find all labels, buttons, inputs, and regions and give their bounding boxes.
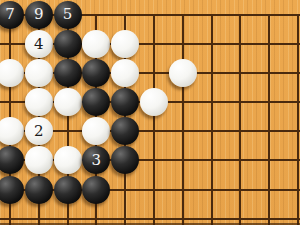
move-number-label: 4 [34,37,44,52]
intersection[interactable] [140,117,169,146]
stone-black[interactable] [54,176,82,204]
intersection[interactable] [255,0,284,29]
intersection[interactable] [111,117,140,146]
intersection[interactable] [111,146,140,175]
intersection[interactable]: 9 [24,0,53,29]
stone-black[interactable] [54,30,82,58]
move-number-label: 2 [34,124,44,139]
stone-white[interactable]: 4 [25,30,53,58]
stone-black[interactable]: 3 [82,146,110,174]
stone-black[interactable] [111,117,139,145]
stone-white[interactable] [54,146,82,174]
intersection[interactable] [284,30,300,59]
intersection[interactable] [0,146,24,175]
intersection[interactable] [111,59,140,88]
intersection[interactable] [284,204,300,225]
intersection[interactable] [24,204,53,225]
stone-black[interactable] [0,176,24,204]
intersection[interactable]: 5 [53,0,82,29]
go-board: 795423 [0,0,300,225]
intersection[interactable] [140,175,169,204]
intersection[interactable] [0,30,24,59]
stone-white[interactable]: 2 [25,117,53,145]
intersection[interactable] [53,175,82,204]
intersection[interactable] [226,175,255,204]
intersection[interactable] [53,59,82,88]
move-number-label: 5 [63,7,73,22]
intersection[interactable] [0,204,24,225]
intersection[interactable] [140,204,169,225]
intersection[interactable] [197,0,226,29]
intersection[interactable] [82,204,111,225]
intersection[interactable] [255,204,284,225]
intersection[interactable] [111,0,140,29]
intersection[interactable] [53,117,82,146]
intersection[interactable] [168,146,197,175]
intersection[interactable] [197,59,226,88]
intersection[interactable] [255,146,284,175]
intersection[interactable] [255,88,284,117]
stone-black[interactable] [82,176,110,204]
intersection[interactable] [168,175,197,204]
intersection[interactable] [0,59,24,88]
intersection[interactable] [168,59,197,88]
intersection[interactable] [82,0,111,29]
stone-black[interactable]: 9 [25,1,53,29]
move-number-label: 7 [5,7,15,22]
intersection[interactable] [140,88,169,117]
intersection[interactable] [82,117,111,146]
intersection[interactable]: 2 [24,117,53,146]
intersection[interactable] [284,88,300,117]
stone-black[interactable] [82,88,110,116]
intersection[interactable] [140,146,169,175]
stone-white[interactable] [54,88,82,116]
intersection[interactable] [168,0,197,29]
stone-white[interactable] [169,59,197,87]
intersection[interactable] [111,204,140,225]
intersection[interactable] [53,204,82,225]
intersection[interactable] [168,204,197,225]
intersection[interactable] [0,88,24,117]
stone-black[interactable] [82,59,110,87]
intersection[interactable] [0,175,24,204]
stone-white[interactable] [140,88,168,116]
intersection[interactable] [24,146,53,175]
stone-black[interactable] [111,146,139,174]
intersection[interactable] [168,88,197,117]
intersection[interactable] [0,117,24,146]
intersection[interactable] [168,30,197,59]
intersection[interactable] [82,59,111,88]
intersection[interactable] [53,30,82,59]
go-diagram: 795423 [0,0,300,225]
stone-white[interactable] [25,146,53,174]
intersection[interactable] [255,117,284,146]
intersection[interactable] [197,30,226,59]
intersection[interactable] [53,88,82,117]
stone-black[interactable] [111,88,139,116]
intersection[interactable] [140,30,169,59]
intersection[interactable] [284,59,300,88]
intersection[interactable] [53,146,82,175]
intersection[interactable]: 3 [82,146,111,175]
intersection[interactable]: 7 [0,0,24,29]
intersection[interactable] [226,59,255,88]
intersection[interactable] [197,146,226,175]
intersection[interactable] [284,0,300,29]
stone-white[interactable] [25,88,53,116]
stone-black[interactable] [54,59,82,87]
stone-white[interactable] [82,117,110,145]
intersection[interactable] [226,0,255,29]
intersection[interactable] [226,88,255,117]
intersection[interactable]: 4 [24,30,53,59]
intersection[interactable] [82,175,111,204]
intersection[interactable] [226,146,255,175]
stone-black[interactable]: 5 [54,1,82,29]
intersection[interactable] [168,117,197,146]
intersection[interactable] [197,204,226,225]
intersection[interactable] [284,146,300,175]
stone-white[interactable] [0,59,24,87]
intersection[interactable] [255,30,284,59]
stone-black[interactable]: 7 [0,1,24,29]
intersection[interactable] [197,175,226,204]
intersection[interactable] [111,175,140,204]
intersection[interactable] [140,0,169,29]
intersection[interactable] [197,88,226,117]
intersection[interactable] [82,30,111,59]
move-number-label: 9 [34,7,44,22]
intersection[interactable] [140,59,169,88]
intersection[interactable] [24,88,53,117]
intersection[interactable] [226,117,255,146]
stone-white[interactable] [25,59,53,87]
intersection[interactable] [24,59,53,88]
intersection[interactable] [197,117,226,146]
intersection[interactable] [255,175,284,204]
stone-white[interactable] [0,117,24,145]
board-grid: 795423 [0,0,300,225]
intersection[interactable] [82,88,111,117]
intersection[interactable] [284,117,300,146]
move-number-label: 3 [92,153,102,168]
stone-black[interactable] [0,146,24,174]
intersection[interactable] [255,59,284,88]
intersection[interactable] [226,30,255,59]
intersection[interactable] [226,204,255,225]
intersection[interactable] [111,88,140,117]
stone-white[interactable] [111,59,139,87]
intersection[interactable] [111,30,140,59]
stone-white[interactable] [111,30,139,58]
intersection[interactable] [284,175,300,204]
stone-white[interactable] [82,30,110,58]
intersection[interactable] [24,175,53,204]
stone-black[interactable] [25,176,53,204]
